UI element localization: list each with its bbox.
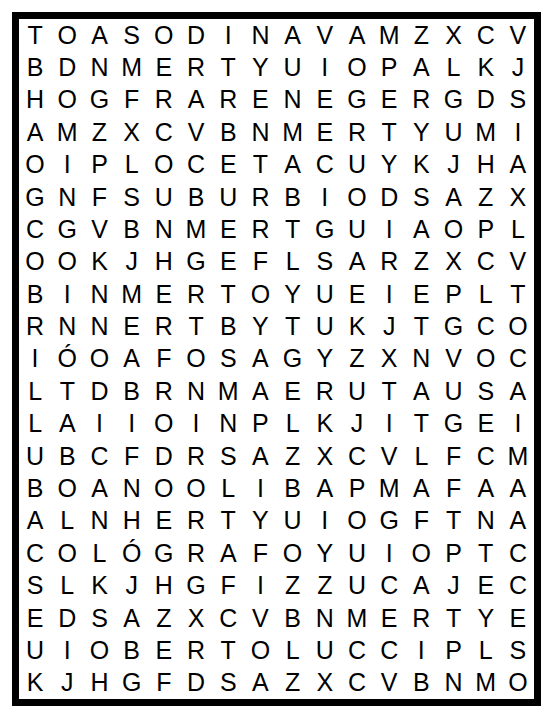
- grid-cell[interactable]: R: [148, 375, 180, 407]
- grid-cell[interactable]: X: [116, 116, 148, 148]
- grid-cell[interactable]: E: [148, 505, 180, 537]
- grid-cell[interactable]: Z: [309, 569, 341, 601]
- grid-cell[interactable]: V: [180, 116, 212, 148]
- grid-cell[interactable]: I: [309, 181, 341, 213]
- grid-cell[interactable]: O: [148, 408, 180, 440]
- grid-cell[interactable]: Ó: [116, 537, 148, 569]
- grid-cell[interactable]: I: [19, 343, 51, 375]
- grid-cell[interactable]: B: [116, 375, 148, 407]
- grid-cell[interactable]: Z: [470, 181, 502, 213]
- grid-cell[interactable]: U: [309, 310, 341, 342]
- grid-cell[interactable]: O: [470, 343, 502, 375]
- grid-cell[interactable]: T: [277, 310, 309, 342]
- grid-cell[interactable]: I: [373, 213, 405, 245]
- grid-cell[interactable]: Z: [405, 246, 437, 278]
- grid-cell[interactable]: F: [405, 505, 437, 537]
- grid-cell[interactable]: B: [19, 278, 51, 310]
- grid-cell[interactable]: R: [405, 602, 437, 634]
- grid-cell[interactable]: I: [180, 408, 212, 440]
- grid-cell[interactable]: L: [470, 278, 502, 310]
- grid-cell[interactable]: O: [180, 472, 212, 504]
- grid-cell[interactable]: A: [405, 375, 437, 407]
- grid-cell[interactable]: P: [83, 149, 115, 181]
- grid-cell[interactable]: H: [83, 667, 115, 699]
- grid-cell[interactable]: Z: [277, 440, 309, 472]
- grid-cell[interactable]: I: [405, 634, 437, 666]
- grid-cell[interactable]: J: [341, 408, 373, 440]
- grid-cell[interactable]: O: [502, 667, 534, 699]
- grid-cell[interactable]: S: [116, 181, 148, 213]
- grid-cell[interactable]: A: [212, 537, 244, 569]
- grid-cell[interactable]: P: [437, 634, 469, 666]
- grid-cell[interactable]: Z: [341, 343, 373, 375]
- grid-cell[interactable]: B: [116, 634, 148, 666]
- grid-cell[interactable]: A: [116, 602, 148, 634]
- grid-cell[interactable]: H: [470, 149, 502, 181]
- grid-cell[interactable]: N: [83, 505, 115, 537]
- grid-cell[interactable]: O: [51, 472, 83, 504]
- grid-cell[interactable]: I: [244, 569, 276, 601]
- grid-cell[interactable]: T: [212, 505, 244, 537]
- grid-cell[interactable]: Y: [244, 51, 276, 83]
- grid-cell[interactable]: T: [502, 278, 534, 310]
- grid-cell[interactable]: A: [277, 19, 309, 51]
- grid-cell[interactable]: H: [148, 246, 180, 278]
- grid-cell[interactable]: O: [148, 19, 180, 51]
- grid-cell[interactable]: K: [470, 51, 502, 83]
- grid-cell[interactable]: A: [405, 472, 437, 504]
- grid-cell[interactable]: I: [502, 408, 534, 440]
- grid-cell[interactable]: E: [470, 569, 502, 601]
- grid-cell[interactable]: N: [83, 51, 115, 83]
- grid-cell[interactable]: L: [277, 246, 309, 278]
- grid-cell[interactable]: G: [309, 213, 341, 245]
- grid-cell[interactable]: A: [244, 440, 276, 472]
- grid-cell[interactable]: S: [116, 19, 148, 51]
- grid-cell[interactable]: O: [180, 343, 212, 375]
- grid-cell[interactable]: D: [470, 84, 502, 116]
- grid-cell[interactable]: O: [83, 343, 115, 375]
- grid-cell[interactable]: S: [212, 343, 244, 375]
- grid-cell[interactable]: L: [83, 537, 115, 569]
- grid-cell[interactable]: A: [502, 472, 534, 504]
- grid-cell[interactable]: C: [502, 569, 534, 601]
- grid-cell[interactable]: S: [212, 667, 244, 699]
- grid-cell[interactable]: L: [51, 505, 83, 537]
- grid-cell[interactable]: R: [341, 116, 373, 148]
- grid-cell[interactable]: T: [373, 116, 405, 148]
- grid-cell[interactable]: L: [405, 440, 437, 472]
- grid-cell[interactable]: Y: [244, 310, 276, 342]
- grid-cell[interactable]: I: [51, 149, 83, 181]
- grid-cell[interactable]: X: [180, 602, 212, 634]
- grid-cell[interactable]: C: [148, 116, 180, 148]
- grid-cell[interactable]: E: [405, 278, 437, 310]
- grid-cell[interactable]: I: [83, 408, 115, 440]
- grid-cell[interactable]: S: [83, 602, 115, 634]
- grid-cell[interactable]: T: [244, 149, 276, 181]
- grid-cell[interactable]: J: [437, 149, 469, 181]
- grid-cell[interactable]: A: [180, 84, 212, 116]
- grid-cell[interactable]: A: [277, 149, 309, 181]
- grid-cell[interactable]: O: [51, 537, 83, 569]
- grid-cell[interactable]: L: [19, 408, 51, 440]
- grid-cell[interactable]: A: [341, 246, 373, 278]
- grid-cell[interactable]: G: [116, 667, 148, 699]
- grid-cell[interactable]: G: [437, 84, 469, 116]
- grid-cell[interactable]: A: [470, 472, 502, 504]
- grid-cell[interactable]: A: [19, 505, 51, 537]
- grid-cell[interactable]: P: [437, 537, 469, 569]
- grid-cell[interactable]: T: [277, 213, 309, 245]
- grid-cell[interactable]: U: [341, 569, 373, 601]
- grid-cell[interactable]: C: [502, 343, 534, 375]
- grid-cell[interactable]: O: [341, 181, 373, 213]
- grid-cell[interactable]: U: [212, 181, 244, 213]
- grid-cell[interactable]: S: [502, 634, 534, 666]
- grid-cell[interactable]: M: [373, 19, 405, 51]
- grid-cell[interactable]: T: [212, 634, 244, 666]
- grid-cell[interactable]: J: [373, 310, 405, 342]
- grid-cell[interactable]: K: [405, 149, 437, 181]
- grid-cell[interactable]: E: [148, 278, 180, 310]
- grid-cell[interactable]: G: [373, 505, 405, 537]
- grid-cell[interactable]: B: [277, 472, 309, 504]
- grid-cell[interactable]: O: [19, 246, 51, 278]
- grid-cell[interactable]: N: [244, 19, 276, 51]
- grid-cell[interactable]: I: [373, 408, 405, 440]
- grid-cell[interactable]: E: [470, 408, 502, 440]
- grid-cell[interactable]: C: [19, 537, 51, 569]
- grid-cell[interactable]: E: [309, 116, 341, 148]
- grid-cell[interactable]: V: [244, 602, 276, 634]
- grid-cell[interactable]: E: [116, 310, 148, 342]
- grid-cell[interactable]: K: [83, 569, 115, 601]
- grid-cell[interactable]: R: [19, 310, 51, 342]
- grid-cell[interactable]: U: [437, 116, 469, 148]
- grid-cell[interactable]: L: [502, 213, 534, 245]
- grid-cell[interactable]: B: [19, 472, 51, 504]
- grid-cell[interactable]: P: [341, 472, 373, 504]
- grid-cell[interactable]: G: [180, 246, 212, 278]
- grid-cell[interactable]: T: [19, 19, 51, 51]
- grid-cell[interactable]: U: [341, 213, 373, 245]
- grid-cell[interactable]: D: [373, 181, 405, 213]
- grid-cell[interactable]: X: [309, 440, 341, 472]
- grid-cell[interactable]: X: [502, 181, 534, 213]
- grid-cell[interactable]: I: [502, 116, 534, 148]
- grid-cell[interactable]: Y: [470, 602, 502, 634]
- grid-cell[interactable]: A: [244, 375, 276, 407]
- grid-cell[interactable]: E: [341, 278, 373, 310]
- grid-cell[interactable]: V: [373, 440, 405, 472]
- grid-cell[interactable]: G: [277, 343, 309, 375]
- grid-cell[interactable]: Z: [277, 667, 309, 699]
- grid-cell[interactable]: L: [212, 472, 244, 504]
- grid-cell[interactable]: A: [341, 19, 373, 51]
- grid-cell[interactable]: R: [148, 84, 180, 116]
- grid-cell[interactable]: S: [212, 440, 244, 472]
- grid-cell[interactable]: R: [180, 278, 212, 310]
- grid-cell[interactable]: O: [83, 634, 115, 666]
- grid-cell[interactable]: U: [341, 375, 373, 407]
- grid-cell[interactable]: O: [405, 537, 437, 569]
- grid-cell[interactable]: N: [244, 116, 276, 148]
- grid-cell[interactable]: O: [277, 537, 309, 569]
- grid-cell[interactable]: G: [51, 213, 83, 245]
- grid-cell[interactable]: G: [180, 569, 212, 601]
- grid-cell[interactable]: O: [51, 84, 83, 116]
- grid-cell[interactable]: F: [212, 569, 244, 601]
- grid-cell[interactable]: N: [309, 602, 341, 634]
- grid-cell[interactable]: O: [437, 213, 469, 245]
- grid-cell[interactable]: O: [51, 19, 83, 51]
- grid-cell[interactable]: R: [180, 51, 212, 83]
- grid-cell[interactable]: N: [148, 213, 180, 245]
- grid-cell[interactable]: B: [405, 667, 437, 699]
- grid-cell[interactable]: L: [470, 634, 502, 666]
- grid-cell[interactable]: Z: [277, 569, 309, 601]
- grid-cell[interactable]: H: [19, 84, 51, 116]
- grid-cell[interactable]: I: [212, 19, 244, 51]
- grid-cell[interactable]: N: [83, 310, 115, 342]
- grid-cell[interactable]: C: [309, 149, 341, 181]
- grid-cell[interactable]: G: [83, 84, 115, 116]
- grid-cell[interactable]: Z: [405, 19, 437, 51]
- grid-cell[interactable]: K: [83, 246, 115, 278]
- grid-cell[interactable]: Y: [309, 537, 341, 569]
- grid-cell[interactable]: Z: [83, 116, 115, 148]
- grid-cell[interactable]: S: [502, 84, 534, 116]
- grid-cell[interactable]: A: [502, 505, 534, 537]
- grid-cell[interactable]: C: [373, 569, 405, 601]
- grid-cell[interactable]: P: [437, 278, 469, 310]
- grid-cell[interactable]: Z: [148, 602, 180, 634]
- grid-cell[interactable]: B: [212, 116, 244, 148]
- grid-cell[interactable]: M: [116, 51, 148, 83]
- grid-cell[interactable]: T: [212, 278, 244, 310]
- grid-cell[interactable]: L: [277, 408, 309, 440]
- grid-cell[interactable]: R: [148, 310, 180, 342]
- grid-cell[interactable]: E: [502, 602, 534, 634]
- grid-cell[interactable]: D: [51, 51, 83, 83]
- grid-cell[interactable]: N: [83, 278, 115, 310]
- grid-cell[interactable]: B: [277, 602, 309, 634]
- grid-cell[interactable]: E: [244, 84, 276, 116]
- grid-cell[interactable]: E: [309, 84, 341, 116]
- grid-cell[interactable]: A: [244, 667, 276, 699]
- grid-cell[interactable]: G: [19, 181, 51, 213]
- grid-cell[interactable]: R: [373, 246, 405, 278]
- grid-cell[interactable]: O: [51, 246, 83, 278]
- grid-cell[interactable]: N: [116, 472, 148, 504]
- grid-cell[interactable]: V: [502, 19, 534, 51]
- grid-cell[interactable]: Y: [277, 278, 309, 310]
- grid-cell[interactable]: C: [502, 537, 534, 569]
- grid-cell[interactable]: M: [470, 116, 502, 148]
- grid-cell[interactable]: S: [470, 375, 502, 407]
- grid-cell[interactable]: C: [212, 602, 244, 634]
- grid-cell[interactable]: S: [19, 569, 51, 601]
- grid-cell[interactable]: O: [148, 149, 180, 181]
- grid-cell[interactable]: T: [405, 310, 437, 342]
- grid-cell[interactable]: V: [373, 667, 405, 699]
- grid-cell[interactable]: N: [180, 375, 212, 407]
- grid-cell[interactable]: Y: [244, 505, 276, 537]
- grid-cell[interactable]: J: [116, 246, 148, 278]
- grid-cell[interactable]: K: [19, 667, 51, 699]
- grid-cell[interactable]: P: [373, 51, 405, 83]
- grid-cell[interactable]: I: [373, 537, 405, 569]
- grid-cell[interactable]: O: [502, 310, 534, 342]
- grid-cell[interactable]: F: [244, 537, 276, 569]
- grid-cell[interactable]: R: [180, 634, 212, 666]
- grid-cell[interactable]: O: [341, 51, 373, 83]
- grid-cell[interactable]: A: [83, 19, 115, 51]
- grid-cell[interactable]: D: [180, 667, 212, 699]
- grid-cell[interactable]: Ó: [51, 343, 83, 375]
- grid-cell[interactable]: N: [405, 343, 437, 375]
- grid-cell[interactable]: N: [470, 505, 502, 537]
- grid-cell[interactable]: U: [437, 375, 469, 407]
- grid-cell[interactable]: T: [437, 505, 469, 537]
- grid-cell[interactable]: M: [470, 667, 502, 699]
- grid-cell[interactable]: O: [341, 505, 373, 537]
- grid-cell[interactable]: C: [341, 634, 373, 666]
- grid-cell[interactable]: G: [341, 84, 373, 116]
- grid-cell[interactable]: B: [180, 181, 212, 213]
- grid-cell[interactable]: U: [19, 440, 51, 472]
- grid-cell[interactable]: C: [470, 246, 502, 278]
- grid-cell[interactable]: A: [437, 181, 469, 213]
- grid-cell[interactable]: N: [51, 181, 83, 213]
- grid-cell[interactable]: I: [309, 51, 341, 83]
- grid-cell[interactable]: F: [437, 440, 469, 472]
- grid-cell[interactable]: E: [212, 149, 244, 181]
- grid-cell[interactable]: A: [244, 343, 276, 375]
- grid-cell[interactable]: U: [277, 505, 309, 537]
- grid-cell[interactable]: K: [309, 408, 341, 440]
- grid-cell[interactable]: A: [502, 149, 534, 181]
- grid-cell[interactable]: V: [309, 19, 341, 51]
- grid-cell[interactable]: F: [148, 667, 180, 699]
- grid-cell[interactable]: C: [373, 634, 405, 666]
- grid-cell[interactable]: T: [437, 602, 469, 634]
- grid-cell[interactable]: E: [19, 602, 51, 634]
- grid-cell[interactable]: A: [405, 213, 437, 245]
- grid-cell[interactable]: C: [83, 440, 115, 472]
- grid-cell[interactable]: V: [83, 213, 115, 245]
- grid-cell[interactable]: Y: [405, 116, 437, 148]
- grid-cell[interactable]: E: [212, 246, 244, 278]
- grid-cell[interactable]: U: [309, 634, 341, 666]
- grid-cell[interactable]: M: [373, 472, 405, 504]
- grid-cell[interactable]: N: [212, 408, 244, 440]
- grid-cell[interactable]: G: [148, 537, 180, 569]
- grid-cell[interactable]: F: [116, 440, 148, 472]
- grid-cell[interactable]: G: [437, 408, 469, 440]
- grid-cell[interactable]: V: [502, 246, 534, 278]
- grid-cell[interactable]: L: [116, 149, 148, 181]
- grid-cell[interactable]: R: [405, 84, 437, 116]
- grid-cell[interactable]: F: [116, 84, 148, 116]
- grid-cell[interactable]: U: [341, 149, 373, 181]
- grid-cell[interactable]: D: [51, 602, 83, 634]
- grid-cell[interactable]: R: [180, 440, 212, 472]
- grid-cell[interactable]: L: [437, 51, 469, 83]
- grid-cell[interactable]: M: [51, 116, 83, 148]
- grid-cell[interactable]: E: [148, 51, 180, 83]
- grid-cell[interactable]: B: [19, 51, 51, 83]
- grid-cell[interactable]: U: [19, 634, 51, 666]
- grid-cell[interactable]: R: [180, 505, 212, 537]
- grid-cell[interactable]: B: [51, 440, 83, 472]
- grid-cell[interactable]: T: [373, 375, 405, 407]
- grid-cell[interactable]: M: [180, 213, 212, 245]
- grid-cell[interactable]: C: [180, 149, 212, 181]
- grid-cell[interactable]: O: [244, 278, 276, 310]
- grid-cell[interactable]: C: [341, 667, 373, 699]
- grid-cell[interactable]: D: [83, 375, 115, 407]
- grid-cell[interactable]: N: [51, 310, 83, 342]
- grid-cell[interactable]: S: [309, 246, 341, 278]
- grid-cell[interactable]: A: [51, 408, 83, 440]
- grid-cell[interactable]: V: [437, 343, 469, 375]
- grid-cell[interactable]: N: [437, 667, 469, 699]
- grid-cell[interactable]: I: [116, 408, 148, 440]
- grid-cell[interactable]: R: [244, 213, 276, 245]
- grid-cell[interactable]: O: [148, 472, 180, 504]
- grid-cell[interactable]: E: [148, 634, 180, 666]
- grid-cell[interactable]: U: [277, 51, 309, 83]
- grid-cell[interactable]: M: [277, 116, 309, 148]
- grid-cell[interactable]: M: [502, 440, 534, 472]
- grid-cell[interactable]: F: [148, 343, 180, 375]
- grid-cell[interactable]: T: [212, 51, 244, 83]
- grid-cell[interactable]: J: [437, 569, 469, 601]
- grid-cell[interactable]: A: [116, 343, 148, 375]
- grid-cell[interactable]: J: [502, 51, 534, 83]
- grid-cell[interactable]: U: [341, 537, 373, 569]
- grid-cell[interactable]: R: [244, 181, 276, 213]
- grid-cell[interactable]: T: [180, 310, 212, 342]
- grid-cell[interactable]: D: [180, 19, 212, 51]
- grid-cell[interactable]: A: [405, 569, 437, 601]
- grid-cell[interactable]: J: [51, 667, 83, 699]
- grid-cell[interactable]: A: [83, 472, 115, 504]
- grid-cell[interactable]: L: [51, 569, 83, 601]
- grid-cell[interactable]: B: [277, 181, 309, 213]
- grid-cell[interactable]: J: [116, 569, 148, 601]
- grid-cell[interactable]: I: [51, 278, 83, 310]
- grid-cell[interactable]: C: [19, 213, 51, 245]
- grid-cell[interactable]: M: [116, 278, 148, 310]
- grid-cell[interactable]: K: [341, 310, 373, 342]
- grid-cell[interactable]: R: [180, 537, 212, 569]
- grid-cell[interactable]: P: [244, 408, 276, 440]
- grid-cell[interactable]: B: [116, 213, 148, 245]
- grid-cell[interactable]: M: [341, 602, 373, 634]
- grid-cell[interactable]: E: [373, 84, 405, 116]
- grid-cell[interactable]: H: [148, 569, 180, 601]
- grid-cell[interactable]: Y: [373, 149, 405, 181]
- grid-cell[interactable]: M: [212, 375, 244, 407]
- grid-cell[interactable]: H: [116, 505, 148, 537]
- grid-cell[interactable]: D: [148, 440, 180, 472]
- grid-cell[interactable]: S: [405, 181, 437, 213]
- grid-cell[interactable]: N: [277, 84, 309, 116]
- grid-cell[interactable]: L: [277, 634, 309, 666]
